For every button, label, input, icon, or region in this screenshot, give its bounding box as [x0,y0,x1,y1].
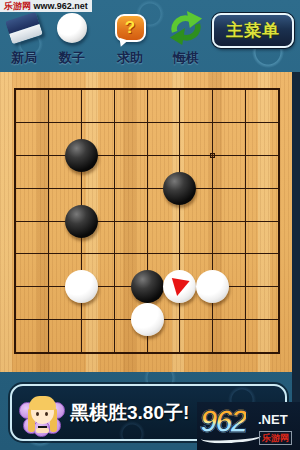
board-intersection[interactable] [32,139,65,172]
help-label: 求助 [117,49,143,67]
main-menu-button[interactable]: 主菜单 [212,13,294,48]
board-intersection[interactable] [65,336,98,369]
board-intersection[interactable] [262,270,295,303]
board-intersection[interactable] [32,303,65,336]
board-intersection[interactable] [65,106,98,139]
board-intersection[interactable] [229,172,262,205]
board-intersection[interactable] [0,336,32,369]
board-intersection[interactable] [0,74,32,107]
board-intersection[interactable] [98,172,131,205]
board-intersection[interactable] [262,205,295,238]
board-intersection[interactable] [131,205,164,238]
board-intersection[interactable] [262,106,295,139]
board-intersection[interactable] [32,336,65,369]
board-intersection[interactable] [32,74,65,107]
board-intersection[interactable] [196,106,229,139]
board-intersection[interactable] [163,303,196,336]
white-stone-icon [57,9,87,47]
board-intersection[interactable] [163,237,196,270]
board-intersection[interactable] [262,172,295,205]
board-intersection[interactable] [262,303,295,336]
new-game-label: 新局 [11,49,37,67]
board-intersection[interactable] [196,336,229,369]
recycle-arrows-icon [166,9,206,47]
board-intersection[interactable] [196,237,229,270]
board-intersection[interactable] [98,106,131,139]
board-intersection[interactable] [65,270,98,303]
board-intersection[interactable] [262,139,295,172]
board-intersection[interactable] [65,139,98,172]
board-intersection[interactable] [65,237,98,270]
board-intersection[interactable] [229,106,262,139]
board-intersection[interactable] [32,172,65,205]
board-intersection[interactable] [196,270,229,303]
board-intersection[interactable] [0,205,32,238]
board-intersection[interactable] [196,205,229,238]
board-intersection[interactable] [229,74,262,107]
question-bubble-icon: ? [115,9,146,47]
board-intersection[interactable] [163,270,196,303]
board-intersection[interactable] [163,106,196,139]
board-intersection[interactable] [0,270,32,303]
board-intersection[interactable] [196,139,229,172]
main-menu-label: 主菜单 [226,19,280,42]
board-intersection[interactable] [98,139,131,172]
board-intersection[interactable] [32,270,65,303]
board-intersection[interactable] [262,74,295,107]
board-intersection[interactable] [131,172,164,205]
go-board[interactable] [0,72,292,372]
board-intersection[interactable] [229,270,262,303]
board-intersection[interactable] [229,205,262,238]
board-intersection[interactable] [262,336,295,369]
undo-button[interactable]: 悔棋 [162,9,210,67]
board-intersection[interactable] [98,336,131,369]
board-intersection[interactable] [65,303,98,336]
board-intersection[interactable] [163,172,196,205]
site-watermark: 乐游网 www.962.net [0,0,92,12]
board-intersection[interactable] [196,172,229,205]
undo-label: 悔棋 [173,49,199,67]
board-intersection[interactable] [32,205,65,238]
board-intersection[interactable] [229,139,262,172]
board-intersection[interactable] [65,74,98,107]
logo-site-name: 乐游网 [259,431,292,445]
game-result-text: 黑棋胜3.80子! [70,386,189,439]
board-intersection[interactable] [0,303,32,336]
board-intersection[interactable] [131,106,164,139]
board-intersection[interactable] [65,205,98,238]
board-intersection[interactable] [0,172,32,205]
board-intersection[interactable] [32,106,65,139]
board-intersection[interactable] [163,74,196,107]
count-stones-button[interactable]: 数子 [48,9,96,67]
board-intersection[interactable] [196,303,229,336]
board-intersection[interactable] [229,303,262,336]
count-stones-label: 数子 [59,49,85,67]
962net-logo: 962 .NET 乐游网 [197,402,300,450]
board-intersection[interactable] [0,237,32,270]
board-intersection[interactable] [131,303,164,336]
board-intersection[interactable] [0,139,32,172]
help-button[interactable]: ? 求助 [106,9,154,67]
board-intersection[interactable] [65,172,98,205]
board-intersection[interactable] [131,270,164,303]
eraser-icon [8,9,40,47]
board-intersection[interactable] [196,74,229,107]
board-intersection[interactable] [98,270,131,303]
board-intersection[interactable] [229,336,262,369]
board-intersection[interactable] [131,237,164,270]
board-intersection[interactable] [131,336,164,369]
player-avatar [19,390,65,436]
board-intersection[interactable] [163,139,196,172]
board-intersection[interactable] [98,74,131,107]
board-intersection[interactable] [131,139,164,172]
board-intersection[interactable] [98,303,131,336]
board-intersection[interactable] [229,237,262,270]
board-intersection[interactable] [32,237,65,270]
board-intersection[interactable] [262,237,295,270]
board-intersection[interactable] [98,237,131,270]
go-app-screen: 新局 数子 ? 求助 悔棋 主菜单 [0,0,300,450]
logo-net-text: .NET [258,412,288,427]
board-intersections [0,74,294,369]
board-intersection[interactable] [163,336,196,369]
board-intersection[interactable] [0,106,32,139]
board-intersection[interactable] [163,205,196,238]
new-game-button[interactable]: 新局 [0,9,48,67]
board-intersection[interactable] [131,74,164,107]
board-intersection[interactable] [98,205,131,238]
